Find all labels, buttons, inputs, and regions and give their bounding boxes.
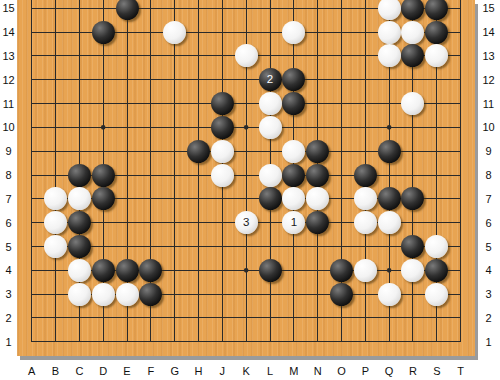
stone-white bbox=[354, 211, 377, 234]
row-label-right-3: 3 bbox=[477, 287, 500, 301]
stone-white bbox=[378, 211, 401, 234]
stone-white bbox=[235, 44, 258, 67]
stone-black bbox=[306, 140, 329, 163]
col-label-R: R bbox=[405, 363, 421, 379]
stone-black bbox=[330, 283, 353, 306]
stone-white bbox=[259, 116, 282, 139]
stone-black bbox=[211, 92, 234, 115]
stone-white bbox=[68, 283, 91, 306]
stone-white bbox=[401, 21, 424, 44]
stone-white bbox=[211, 164, 234, 187]
row-label-right-11: 11 bbox=[477, 97, 500, 111]
stone-white bbox=[259, 92, 282, 115]
stone-white bbox=[378, 283, 401, 306]
stone-white bbox=[378, 21, 401, 44]
row-label-right-14: 14 bbox=[477, 25, 500, 39]
col-label-C: C bbox=[71, 363, 87, 379]
row-label-right-7: 7 bbox=[477, 192, 500, 206]
stone-black bbox=[116, 259, 139, 282]
stone-white bbox=[116, 283, 139, 306]
row-label-left-2: 2 bbox=[0, 311, 17, 325]
stone-black bbox=[92, 21, 115, 44]
row-label-right-5: 5 bbox=[477, 240, 500, 254]
stone-black bbox=[92, 164, 115, 187]
stone-black bbox=[116, 0, 139, 20]
row-label-left-13: 13 bbox=[0, 49, 17, 63]
col-label-A: A bbox=[24, 363, 40, 379]
row-label-left-5: 5 bbox=[0, 240, 17, 254]
stone-black bbox=[92, 259, 115, 282]
row-label-left-9: 9 bbox=[0, 144, 17, 158]
stone-white bbox=[92, 283, 115, 306]
stone-black bbox=[259, 259, 282, 282]
stone-black bbox=[92, 187, 115, 210]
col-label-G: G bbox=[167, 363, 183, 379]
col-label-N: N bbox=[310, 363, 326, 379]
col-label-F: F bbox=[143, 363, 159, 379]
row-label-right-15: 15 bbox=[477, 1, 500, 15]
col-label-B: B bbox=[48, 363, 64, 379]
stone-black bbox=[425, 259, 448, 282]
stone-black bbox=[211, 116, 234, 139]
stone-black: 2 bbox=[259, 68, 282, 91]
col-label-L: L bbox=[262, 363, 278, 379]
row-label-left-1: 1 bbox=[0, 335, 17, 349]
go-board[interactable]: 231 bbox=[17, 0, 475, 356]
stone-white bbox=[378, 0, 401, 20]
stone-white bbox=[68, 259, 91, 282]
stone-white bbox=[425, 283, 448, 306]
row-label-right-4: 4 bbox=[477, 263, 500, 277]
stone-white bbox=[378, 44, 401, 67]
stone-black bbox=[306, 164, 329, 187]
row-label-right-2: 2 bbox=[477, 311, 500, 325]
col-label-M: M bbox=[286, 363, 302, 379]
stone-black bbox=[354, 164, 377, 187]
row-label-left-4: 4 bbox=[0, 263, 17, 277]
stone-black bbox=[425, 21, 448, 44]
row-label-right-12: 12 bbox=[477, 73, 500, 87]
row-label-right-13: 13 bbox=[477, 49, 500, 63]
row-label-right-6: 6 bbox=[477, 216, 500, 230]
move-number-label: 3 bbox=[243, 217, 249, 229]
stone-white bbox=[259, 164, 282, 187]
stone-black bbox=[187, 140, 210, 163]
row-label-right-1: 1 bbox=[477, 335, 500, 349]
stone-black bbox=[68, 211, 91, 234]
stone-black bbox=[68, 164, 91, 187]
col-label-E: E bbox=[119, 363, 135, 379]
row-label-left-7: 7 bbox=[0, 192, 17, 206]
stone-white: 3 bbox=[235, 211, 258, 234]
row-label-left-12: 12 bbox=[0, 73, 17, 87]
stone-black bbox=[139, 283, 162, 306]
stone-white bbox=[163, 21, 186, 44]
row-label-left-8: 8 bbox=[0, 168, 17, 182]
row-label-left-3: 3 bbox=[0, 287, 17, 301]
stone-black bbox=[259, 187, 282, 210]
star-point bbox=[387, 125, 392, 130]
stone-white bbox=[211, 140, 234, 163]
star-point bbox=[244, 268, 249, 273]
stone-white bbox=[354, 259, 377, 282]
col-label-S: S bbox=[429, 363, 445, 379]
stone-black bbox=[68, 235, 91, 258]
move-number-label: 1 bbox=[291, 217, 297, 229]
col-label-J: J bbox=[214, 363, 230, 379]
col-label-O: O bbox=[333, 363, 349, 379]
col-label-P: P bbox=[357, 363, 373, 379]
row-label-left-10: 10 bbox=[0, 120, 17, 134]
col-label-T: T bbox=[453, 363, 469, 379]
stone-black bbox=[378, 187, 401, 210]
row-label-right-8: 8 bbox=[477, 168, 500, 182]
star-point bbox=[101, 125, 106, 130]
star-point bbox=[387, 268, 392, 273]
stone-white bbox=[282, 21, 305, 44]
go-app-screen: 231 151514141313121211111010998877665544… bbox=[0, 0, 500, 380]
move-number-label: 2 bbox=[267, 74, 273, 86]
stone-black bbox=[330, 259, 353, 282]
stone-black bbox=[282, 164, 305, 187]
stone-white bbox=[282, 140, 305, 163]
col-label-Q: Q bbox=[381, 363, 397, 379]
star-point bbox=[244, 125, 249, 130]
stone-white bbox=[354, 187, 377, 210]
row-label-left-15: 15 bbox=[0, 1, 17, 15]
row-label-left-14: 14 bbox=[0, 25, 17, 39]
col-label-H: H bbox=[191, 363, 207, 379]
col-label-D: D bbox=[95, 363, 111, 379]
row-label-right-10: 10 bbox=[477, 120, 500, 134]
row-label-right-9: 9 bbox=[477, 144, 500, 158]
row-label-left-11: 11 bbox=[0, 97, 17, 111]
stone-white bbox=[44, 235, 67, 258]
stone-black bbox=[378, 140, 401, 163]
row-label-left-6: 6 bbox=[0, 216, 17, 230]
col-label-K: K bbox=[238, 363, 254, 379]
